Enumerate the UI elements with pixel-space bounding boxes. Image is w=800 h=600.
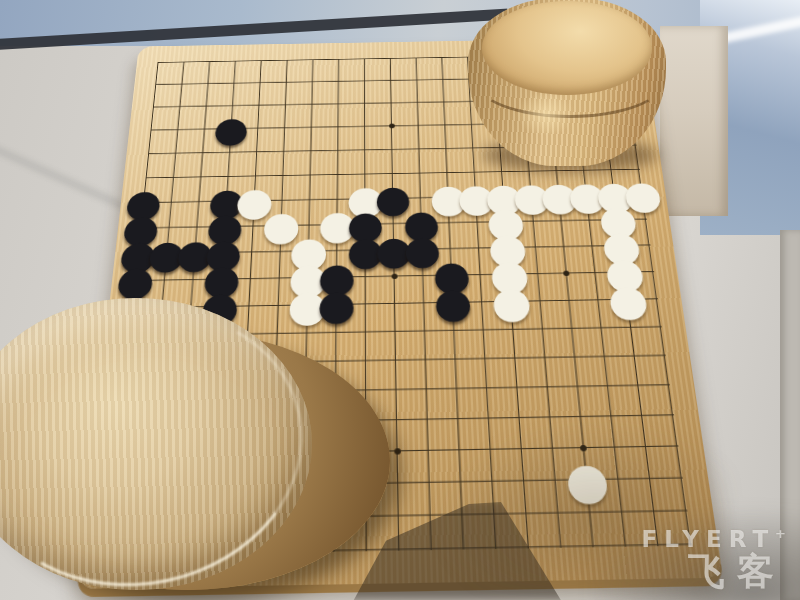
black-stone: ● <box>217 118 245 141</box>
bowl-highlight <box>516 92 575 136</box>
black-stone: ● <box>438 289 468 316</box>
go-board-photo: ●●●●●●●●●●●●●●●●●●●●●●●●●●●●●●●●●●●●●●●●… <box>0 0 800 600</box>
watermark-plus: + <box>775 526 786 541</box>
star-point <box>389 124 395 129</box>
watermark-brand: FLYERT+ <box>642 527 786 551</box>
watermark: FLYERT+ 飞客 <box>642 527 786 592</box>
star-point <box>563 271 570 277</box>
star-point <box>394 448 401 454</box>
white-stone: ● <box>612 286 644 313</box>
star-point <box>391 274 397 280</box>
white-stone: ● <box>496 288 527 315</box>
go-bowl-lidded <box>468 0 666 166</box>
black-stone: ● <box>322 291 351 318</box>
watermark-chinese: 飞客 <box>642 553 786 592</box>
